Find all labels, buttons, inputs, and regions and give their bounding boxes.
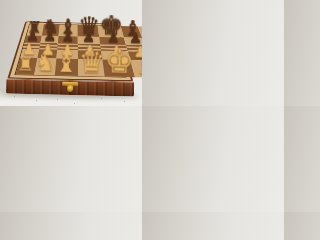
clasp-hook [67, 85, 73, 92]
piece-white-bishop[interactable]: ♝ [55, 53, 78, 73]
chess-board: ♜♞♝♛♚♝♞♜♟♟♟♟♟♟♟♟♟♟♟♟♟♟♟♟♜♞♝♛♚♝♞♜ [7, 22, 133, 82]
surface-speck [14, 96, 15, 97]
piece-white-knight[interactable]: ♞ [34, 54, 55, 73]
board-perspective: ♜♞♝♛♚♝♞♜♟♟♟♟♟♟♟♟♟♟♟♟♟♟♟♟♜♞♝♛♚♝♞♜ [6, 19, 135, 82]
piece-white-bishop[interactable]: ♝ [134, 55, 142, 75]
piece-white-king[interactable]: ♚ [105, 48, 135, 74]
piece-white-rook[interactable]: ♜ [16, 56, 35, 72]
box-front-panel [6, 79, 134, 97]
square-d1[interactable]: ♛ [78, 59, 105, 76]
square-a1[interactable]: ♜ [16, 58, 38, 75]
square-e1[interactable]: ♚ [103, 60, 135, 78]
surface-speck [74, 103, 75, 104]
brass-clasp-icon [60, 82, 80, 92]
piece-white-queen[interactable]: ♛ [78, 50, 105, 74]
surface-speck [124, 101, 125, 102]
photo-scene: { "game": { "name": "chess", "variant": … [0, 0, 142, 106]
board-squares: ♜♞♝♛♚♝♞♜♟♟♟♟♟♟♟♟♟♟♟♟♟♟♟♟♜♞♝♛♚♝♞♜ [14, 24, 126, 78]
square-c1[interactable]: ♝ [55, 59, 78, 76]
surface-speck [57, 99, 58, 100]
chess-set: ♜♞♝♛♚♝♞♜♟♟♟♟♟♟♟♟♟♟♟♟♟♟♟♟♜♞♝♛♚♝♞♜ [6, 19, 135, 82]
surface-speck [36, 100, 37, 101]
square-b1[interactable]: ♞ [34, 58, 57, 75]
